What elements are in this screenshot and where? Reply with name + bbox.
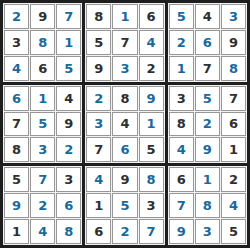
cell-r8c2[interactable]: 2: [30, 193, 55, 218]
cell-r9c7[interactable]: 9: [169, 219, 194, 244]
cell-r2c3[interactable]: 1: [56, 30, 81, 55]
cell-r1c2[interactable]: 9: [30, 4, 55, 29]
cell-r2c5[interactable]: 7: [112, 30, 137, 55]
cell-r7c7[interactable]: 6: [169, 167, 194, 192]
cell-r2c1[interactable]: 3: [4, 30, 29, 55]
cell-r8c7[interactable]: 7: [169, 193, 194, 218]
cell-r3c9[interactable]: 8: [221, 56, 246, 81]
cell-r7c2[interactable]: 7: [30, 167, 55, 192]
cell-r3c3[interactable]: 5: [56, 56, 81, 81]
cell-r1c9[interactable]: 3: [221, 4, 246, 29]
box-3: 543269178: [167, 2, 248, 83]
cell-r7c1[interactable]: 5: [4, 167, 29, 192]
cell-r4c2[interactable]: 1: [30, 86, 55, 111]
cell-r6c1[interactable]: 8: [4, 137, 29, 162]
cell-r2c7[interactable]: 2: [169, 30, 194, 55]
cell-r5c2[interactable]: 5: [30, 112, 55, 137]
cell-r9c4[interactable]: 6: [86, 219, 111, 244]
cell-r7c8[interactable]: 1: [195, 167, 220, 192]
cell-r6c3[interactable]: 2: [56, 137, 81, 162]
cell-r1c4[interactable]: 8: [86, 4, 111, 29]
cell-r5c7[interactable]: 8: [169, 112, 194, 137]
cell-r9c6[interactable]: 7: [139, 219, 164, 244]
cell-r1c3[interactable]: 7: [56, 4, 81, 29]
cell-r8c5[interactable]: 5: [112, 193, 137, 218]
cell-r8c6[interactable]: 3: [139, 193, 164, 218]
cell-r6c9[interactable]: 1: [221, 137, 246, 162]
cell-r3c1[interactable]: 4: [4, 56, 29, 81]
cell-r4c7[interactable]: 3: [169, 86, 194, 111]
cell-r7c9[interactable]: 2: [221, 167, 246, 192]
cell-r3c8[interactable]: 7: [195, 56, 220, 81]
cell-r9c5[interactable]: 2: [112, 219, 137, 244]
cell-r3c5[interactable]: 3: [112, 56, 137, 81]
cell-r7c6[interactable]: 8: [139, 167, 164, 192]
cell-r2c4[interactable]: 5: [86, 30, 111, 55]
box-6: 357826491: [167, 84, 248, 165]
cell-r7c5[interactable]: 9: [112, 167, 137, 192]
cell-r1c6[interactable]: 6: [139, 4, 164, 29]
box-1: 297381465: [2, 2, 83, 83]
cell-r3c7[interactable]: 1: [169, 56, 194, 81]
cell-r8c9[interactable]: 4: [221, 193, 246, 218]
cell-r9c1[interactable]: 1: [4, 219, 29, 244]
cell-r9c9[interactable]: 5: [221, 219, 246, 244]
cell-r2c8[interactable]: 6: [195, 30, 220, 55]
cell-r2c9[interactable]: 9: [221, 30, 246, 55]
cell-r5c1[interactable]: 7: [4, 112, 29, 137]
cell-r4c1[interactable]: 6: [4, 86, 29, 111]
box-2: 816574932: [84, 2, 165, 83]
box-5: 289341765: [84, 84, 165, 165]
cell-r8c1[interactable]: 9: [4, 193, 29, 218]
cell-r3c4[interactable]: 9: [86, 56, 111, 81]
cell-r9c8[interactable]: 3: [195, 219, 220, 244]
cell-r4c3[interactable]: 4: [56, 86, 81, 111]
cell-r1c7[interactable]: 5: [169, 4, 194, 29]
cell-r8c3[interactable]: 6: [56, 193, 81, 218]
cell-r4c8[interactable]: 5: [195, 86, 220, 111]
cell-r6c5[interactable]: 6: [112, 137, 137, 162]
cell-r6c6[interactable]: 5: [139, 137, 164, 162]
cell-r9c3[interactable]: 8: [56, 219, 81, 244]
cell-r5c8[interactable]: 2: [195, 112, 220, 137]
cell-r8c4[interactable]: 1: [86, 193, 111, 218]
cell-r6c2[interactable]: 3: [30, 137, 55, 162]
cell-r3c2[interactable]: 6: [30, 56, 55, 81]
cell-r6c8[interactable]: 9: [195, 137, 220, 162]
box-7: 573926148: [2, 165, 83, 246]
cell-r7c3[interactable]: 3: [56, 167, 81, 192]
box-4: 614759832: [2, 84, 83, 165]
cell-r5c5[interactable]: 4: [112, 112, 137, 137]
cell-r4c4[interactable]: 2: [86, 86, 111, 111]
cell-r5c6[interactable]: 1: [139, 112, 164, 137]
cell-r4c6[interactable]: 9: [139, 86, 164, 111]
box-8: 498153627: [84, 165, 165, 246]
cell-r1c1[interactable]: 2: [4, 4, 29, 29]
cell-r2c2[interactable]: 8: [30, 30, 55, 55]
cell-r9c2[interactable]: 4: [30, 219, 55, 244]
cell-r6c7[interactable]: 4: [169, 137, 194, 162]
cell-r7c4[interactable]: 4: [86, 167, 111, 192]
cell-r8c8[interactable]: 8: [195, 193, 220, 218]
cell-r6c4[interactable]: 7: [86, 137, 111, 162]
cell-r5c4[interactable]: 3: [86, 112, 111, 137]
sudoku-board: 2973814658165749325432691786147598322893…: [0, 0, 250, 248]
cell-r1c5[interactable]: 1: [112, 4, 137, 29]
cell-r5c9[interactable]: 6: [221, 112, 246, 137]
cell-r4c9[interactable]: 7: [221, 86, 246, 111]
cell-r2c6[interactable]: 4: [139, 30, 164, 55]
cell-r5c3[interactable]: 9: [56, 112, 81, 137]
box-9: 612784935: [167, 165, 248, 246]
cell-r3c6[interactable]: 2: [139, 56, 164, 81]
cell-r4c5[interactable]: 8: [112, 86, 137, 111]
cell-r1c8[interactable]: 4: [195, 4, 220, 29]
